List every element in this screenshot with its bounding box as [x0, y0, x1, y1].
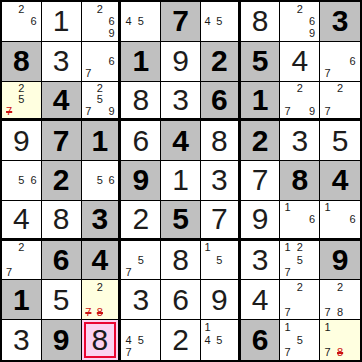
- cell-value: 8: [92, 325, 109, 355]
- cell-r2c9[interactable]: 67: [320, 42, 360, 82]
- pencil-mark: 2: [94, 3, 106, 15]
- pencil-mark: 7: [281, 306, 293, 318]
- pencil-marks: 145: [202, 321, 237, 359]
- pencil-mark: 1: [321, 321, 334, 334]
- cell-r1c7[interactable]: 8: [241, 2, 281, 42]
- cell-r9c2[interactable]: 9: [42, 320, 82, 360]
- pencil-mark: 5: [135, 254, 147, 266]
- cell-r9c3[interactable]: 8: [82, 320, 122, 360]
- pencil-mark: 7: [321, 306, 334, 318]
- cell-r3c9[interactable]: 27: [320, 82, 360, 122]
- pencil-mark: 5: [94, 94, 106, 106]
- pencil-marks: 1257: [281, 242, 318, 279]
- pencil-mark: 5: [294, 334, 306, 347]
- pencil-mark: 4: [202, 15, 214, 27]
- pencil-marks: 269: [281, 3, 318, 40]
- pencil-mark: 7: [281, 266, 293, 278]
- pencil-marks: 16: [281, 202, 318, 237]
- cell-value: 7: [252, 165, 269, 195]
- cell-r6c7[interactable]: 9: [241, 201, 281, 241]
- cell-value: 6: [252, 325, 269, 355]
- cell-r4c8[interactable]: 3: [280, 121, 320, 161]
- cell-r6c5[interactable]: 5: [161, 201, 201, 241]
- pencil-mark: 6: [106, 174, 118, 186]
- pencil-mark: 7: [321, 67, 334, 79]
- pencil-mark: 2: [15, 83, 27, 95]
- pencil-mark: 5: [135, 334, 147, 347]
- cell-value: 8: [13, 46, 30, 76]
- cell-value: 3: [291, 126, 308, 156]
- pencil-mark: 4: [202, 334, 214, 347]
- cell-r8c3[interactable]: 278: [82, 280, 122, 320]
- cell-r3c7[interactable]: 1: [241, 82, 281, 122]
- cell-value: 9: [13, 126, 30, 156]
- cell-value: 9: [53, 325, 70, 355]
- pencil-mark: 6: [28, 174, 40, 186]
- pencil-marks: 16: [321, 202, 359, 237]
- cell-r3c8[interactable]: 279: [280, 82, 320, 122]
- cell-value: 3: [252, 245, 269, 275]
- cell-r5c3[interactable]: 56: [82, 161, 122, 201]
- pencil-mark: 1: [202, 242, 214, 254]
- cell-r9c6[interactable]: 145: [201, 320, 241, 360]
- cell-r6c8[interactable]: 16: [280, 201, 320, 241]
- sudoku-board: 2612694574582693836719254672574257983612…: [0, 0, 362, 362]
- pencil-mark: 2: [294, 83, 306, 95]
- cell-r8c7[interactable]: 4: [241, 280, 281, 320]
- cell-value: 8: [291, 165, 308, 195]
- cell-r1c3[interactable]: 269: [82, 2, 122, 42]
- pencil-mark: 6: [346, 213, 359, 225]
- pencil-mark: 2: [94, 83, 106, 95]
- cell-value: 9: [332, 245, 349, 275]
- cell-r1c2[interactable]: 1: [42, 2, 82, 42]
- pencil-mark: 5: [213, 254, 225, 266]
- cell-value: 1: [92, 126, 109, 156]
- cell-r8c1[interactable]: 1: [2, 280, 42, 320]
- cell-value: 5: [252, 46, 269, 76]
- pencil-mark: 1: [202, 321, 214, 334]
- cell-value: 4: [13, 204, 30, 234]
- cell-value: 1: [53, 6, 70, 36]
- cell-value: 6: [53, 245, 70, 275]
- cell-r3c3[interactable]: 2579: [82, 82, 122, 122]
- cell-value: 9: [172, 46, 189, 76]
- cell-r7c1[interactable]: 27: [2, 241, 42, 281]
- pencil-marks: 57: [122, 242, 159, 279]
- cell-r2c1[interactable]: 8: [2, 42, 42, 82]
- pencil-mark: 5: [135, 15, 147, 27]
- pencil-mark: 8: [334, 306, 347, 318]
- pencil-marks: 56: [3, 162, 40, 199]
- cell-value: 3: [132, 285, 149, 315]
- cell-value: 6: [172, 285, 189, 315]
- cell-r1c5[interactable]: 7: [161, 2, 201, 42]
- pencil-mark: 7: [83, 67, 95, 79]
- cell-r8c2[interactable]: 5: [42, 280, 82, 320]
- cell-r8c5[interactable]: 6: [161, 280, 201, 320]
- pencil-mark: 5: [294, 254, 306, 266]
- pencil-mark: 1: [281, 202, 293, 214]
- pencil-marks: 157: [281, 321, 318, 359]
- cell-value: 6: [211, 85, 228, 115]
- pencil-mark: 2: [294, 242, 306, 254]
- cell-r2c8[interactable]: 4: [280, 42, 320, 82]
- pencil-mark: 7: [122, 266, 134, 278]
- cell-r9c7[interactable]: 6: [241, 320, 281, 360]
- pencil-mark: 2: [94, 281, 106, 293]
- cell-value: 2: [53, 165, 70, 195]
- cell-r7c5[interactable]: 8: [161, 241, 201, 281]
- cell-r6c2[interactable]: 8: [42, 201, 82, 241]
- pencil-mark: 7: [321, 106, 334, 118]
- pencil-mark: 5: [15, 94, 27, 106]
- cell-r2c4[interactable]: 1: [121, 42, 161, 82]
- pencil-mark: 2: [334, 281, 347, 293]
- cell-r7c4[interactable]: 57: [121, 241, 161, 281]
- cell-value: 2: [132, 204, 149, 234]
- cell-value: 9: [211, 285, 228, 315]
- cell-value: 3: [211, 165, 228, 195]
- pencil-marks: 269: [83, 3, 118, 40]
- pencil-mark: 2: [15, 3, 27, 15]
- pencil-marks: 15: [202, 242, 237, 279]
- cell-r5c6[interactable]: 3: [201, 161, 241, 201]
- cell-r2c7[interactable]: 5: [241, 42, 281, 82]
- cell-r9c5[interactable]: 2: [161, 320, 201, 360]
- cell-r7c3[interactable]: 4: [82, 241, 122, 281]
- cell-value: 1: [13, 285, 30, 315]
- cell-value: 8: [252, 6, 269, 36]
- cell-r6c1[interactable]: 4: [2, 201, 42, 241]
- cell-value: 8: [53, 204, 70, 234]
- pencil-marks: 27: [281, 281, 318, 318]
- pencil-marks: 56: [83, 162, 118, 199]
- cell-r1c8[interactable]: 269: [280, 2, 320, 42]
- cell-r9c9[interactable]: 178: [320, 320, 360, 360]
- cell-r4c7[interactable]: 2: [241, 121, 281, 161]
- cell-r1c4[interactable]: 45: [121, 2, 161, 42]
- cell-r7c8[interactable]: 1257: [280, 241, 320, 281]
- cell-value: 8: [172, 245, 189, 275]
- cell-value: 2: [172, 325, 189, 355]
- cell-r5c1[interactable]: 56: [2, 161, 42, 201]
- cell-value: 1: [172, 165, 189, 195]
- cell-value: 9: [132, 165, 149, 195]
- cell-r6c9[interactable]: 16: [320, 201, 360, 241]
- cell-r5c5[interactable]: 1: [161, 161, 201, 201]
- pencil-mark: 7: [122, 346, 134, 359]
- cell-r6c3[interactable]: 3: [82, 201, 122, 241]
- cell-r4c6[interactable]: 8: [201, 121, 241, 161]
- cell-value: 9: [252, 204, 269, 234]
- cell-value: 3: [172, 85, 189, 115]
- pencil-marks: 457: [122, 321, 159, 359]
- pencil-mark: 2: [334, 83, 347, 95]
- cell-r1c1[interactable]: 26: [2, 2, 42, 42]
- cell-r7c6[interactable]: 15: [201, 241, 241, 281]
- pencil-marks: 178: [321, 321, 359, 359]
- cell-value: 8: [132, 85, 149, 115]
- pencil-marks: 279: [281, 83, 318, 118]
- pencil-mark: 9: [106, 28, 118, 40]
- pencil-mark: 2: [15, 242, 27, 254]
- cell-r2c6[interactable]: 2: [201, 42, 241, 82]
- cell-value: 3: [13, 325, 30, 355]
- pencil-marks: 67: [83, 43, 118, 80]
- pencil-marks: 26: [3, 3, 40, 40]
- pencil-marks: 2579: [83, 83, 118, 118]
- pencil-mark: 4: [122, 334, 134, 347]
- pencil-mark: 1: [281, 242, 293, 254]
- cell-value: 7: [53, 126, 70, 156]
- pencil-mark: 9: [306, 106, 318, 118]
- pencil-mark: 5: [15, 174, 27, 186]
- cell-r8c8[interactable]: 27: [280, 280, 320, 320]
- cell-r3c4[interactable]: 8: [121, 82, 161, 122]
- pencil-mark: 9: [106, 106, 118, 118]
- cell-value: 3: [53, 46, 70, 76]
- pencil-marks: 27: [321, 83, 359, 118]
- cell-r5c8[interactable]: 8: [280, 161, 320, 201]
- cell-r4c1[interactable]: 9: [2, 121, 42, 161]
- cell-r5c9[interactable]: 4: [320, 161, 360, 201]
- cell-value: 5: [172, 204, 189, 234]
- pencil-mark-eliminated: 8: [334, 346, 347, 359]
- cell-r3c6[interactable]: 6: [201, 82, 241, 122]
- pencil-mark-eliminated: 7: [3, 106, 15, 118]
- cell-r9c4[interactable]: 457: [121, 320, 161, 360]
- pencil-mark: 7: [83, 106, 95, 118]
- cell-r4c3[interactable]: 1: [82, 121, 122, 161]
- pencil-marks: 257: [3, 83, 40, 118]
- cell-r4c9[interactable]: 5: [320, 121, 360, 161]
- pencil-marks: 278: [83, 281, 118, 318]
- pencil-mark: 1: [321, 202, 334, 214]
- cell-r3c2[interactable]: 4: [42, 82, 82, 122]
- pencil-mark: 5: [94, 174, 106, 186]
- pencil-mark: 1: [281, 321, 293, 334]
- cell-value: 4: [252, 285, 269, 315]
- cell-r5c7[interactable]: 7: [241, 161, 281, 201]
- cell-value: 8: [211, 126, 228, 156]
- cell-r7c9[interactable]: 9: [320, 241, 360, 281]
- cell-r6c6[interactable]: 7: [201, 201, 241, 241]
- cell-r3c5[interactable]: 3: [161, 82, 201, 122]
- pencil-marks: 278: [321, 281, 359, 318]
- cell-value: 4: [291, 46, 308, 76]
- cell-value: 5: [332, 126, 349, 156]
- cell-r4c4[interactable]: 6: [121, 121, 161, 161]
- cell-r4c2[interactable]: 7: [42, 121, 82, 161]
- pencil-marks: 67: [321, 43, 359, 80]
- cell-r3c1[interactable]: 257: [2, 82, 42, 122]
- pencil-mark-eliminated: 8: [94, 306, 106, 318]
- pencil-mark: 7: [3, 266, 15, 278]
- pencil-mark: 6: [106, 55, 118, 67]
- pencil-mark: 6: [106, 15, 118, 27]
- cell-r7c7[interactable]: 3: [241, 241, 281, 281]
- pencil-marks: 45: [122, 3, 159, 40]
- cell-r2c2[interactable]: 3: [42, 42, 82, 82]
- pencil-mark: 6: [28, 15, 40, 27]
- cell-value: 2: [211, 46, 228, 76]
- cell-value: 5: [53, 285, 70, 315]
- cell-value: 3: [92, 204, 109, 234]
- cell-r8c6[interactable]: 9: [201, 280, 241, 320]
- cell-r9c8[interactable]: 157: [280, 320, 320, 360]
- pencil-mark: 7: [321, 346, 334, 359]
- pencil-mark: 2: [294, 3, 306, 15]
- cell-value: 7: [211, 204, 228, 234]
- cell-value: 4: [53, 85, 70, 115]
- cell-r5c4[interactable]: 9: [121, 161, 161, 201]
- cell-value: 1: [132, 46, 149, 76]
- cell-r8c4[interactable]: 3: [121, 280, 161, 320]
- cell-r9c1[interactable]: 3: [2, 320, 42, 360]
- cell-r6c4[interactable]: 2: [121, 201, 161, 241]
- cell-value: 6: [132, 126, 149, 156]
- pencil-mark: 7: [281, 106, 293, 118]
- pencil-mark: 6: [306, 15, 318, 27]
- pencil-mark: 5: [213, 15, 225, 27]
- pencil-mark: 2: [294, 281, 306, 293]
- cell-r8c9[interactable]: 278: [320, 280, 360, 320]
- pencil-mark: 7: [281, 346, 293, 359]
- pencil-marks: 27: [3, 242, 40, 279]
- pencil-mark: 5: [213, 334, 225, 347]
- pencil-mark-eliminated: 7: [83, 306, 95, 318]
- cell-value: 4: [92, 245, 109, 275]
- pencil-mark: 4: [122, 15, 134, 27]
- cell-value: 4: [332, 165, 349, 195]
- pencil-mark: 6: [346, 55, 359, 67]
- cell-r1c9[interactable]: 3: [320, 2, 360, 42]
- cell-value: 3: [332, 6, 349, 36]
- pencil-mark: 9: [306, 28, 318, 40]
- cell-value: 4: [172, 126, 189, 156]
- cell-r5c2[interactable]: 2: [42, 161, 82, 201]
- cell-value: 2: [252, 126, 269, 156]
- pencil-mark: 6: [306, 213, 318, 225]
- cell-value: 7: [172, 6, 189, 36]
- cell-r2c3[interactable]: 67: [82, 42, 122, 82]
- cell-r4c5[interactable]: 4: [161, 121, 201, 161]
- cell-value: 1: [252, 85, 269, 115]
- pencil-marks: 45: [202, 3, 237, 40]
- cell-r2c5[interactable]: 9: [161, 42, 201, 82]
- cell-r1c6[interactable]: 45: [201, 2, 241, 42]
- cell-r7c2[interactable]: 6: [42, 241, 82, 281]
